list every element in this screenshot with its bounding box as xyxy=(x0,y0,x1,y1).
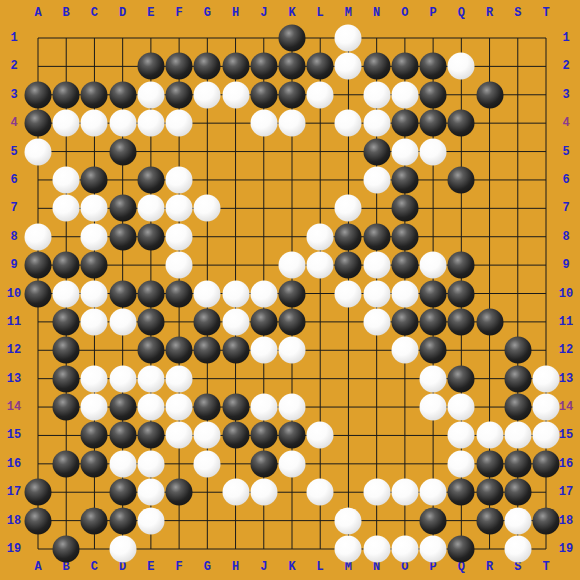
row-label-left-14: 14 xyxy=(7,401,21,413)
white-stone-D13[interactable] xyxy=(109,365,136,392)
white-stone-Q15[interactable] xyxy=(448,422,475,449)
white-stone-J17[interactable] xyxy=(250,479,277,506)
row-label-left-13: 13 xyxy=(7,373,21,385)
black-stone-P18[interactable] xyxy=(420,507,447,534)
black-stone-S12[interactable] xyxy=(504,337,531,364)
row-label-left-4: 4 xyxy=(10,117,17,129)
white-stone-G3[interactable] xyxy=(194,81,221,108)
white-stone-F4[interactable] xyxy=(166,110,193,137)
white-stone-N9[interactable] xyxy=(363,252,390,279)
black-stone-B12[interactable] xyxy=(53,337,80,364)
row-label-left-6: 6 xyxy=(10,174,17,186)
black-stone-K1[interactable] xyxy=(279,25,306,52)
white-stone-G16[interactable] xyxy=(194,450,221,477)
white-stone-H10[interactable] xyxy=(222,280,249,307)
white-stone-J14[interactable] xyxy=(250,394,277,421)
row-label-left-3: 3 xyxy=(10,89,17,101)
white-stone-O12[interactable] xyxy=(391,337,418,364)
white-stone-F14[interactable] xyxy=(166,394,193,421)
white-stone-G15[interactable] xyxy=(194,422,221,449)
row-label-right-15: 15 xyxy=(559,429,573,441)
black-stone-S14[interactable] xyxy=(504,394,531,421)
white-stone-N11[interactable] xyxy=(363,308,390,335)
white-stone-F6[interactable] xyxy=(166,166,193,193)
row-label-right-2: 2 xyxy=(562,60,569,72)
black-stone-Q9[interactable] xyxy=(448,252,475,279)
black-stone-D8[interactable] xyxy=(109,223,136,250)
black-stone-K10[interactable] xyxy=(279,280,306,307)
black-stone-D15[interactable] xyxy=(109,422,136,449)
white-stone-E7[interactable] xyxy=(137,195,164,222)
white-stone-P9[interactable] xyxy=(420,252,447,279)
column-label-top-E: E xyxy=(147,7,154,19)
white-stone-T14[interactable] xyxy=(533,394,560,421)
black-stone-A18[interactable] xyxy=(25,507,52,534)
column-label-bottom-G: G xyxy=(204,561,211,573)
black-stone-F3[interactable] xyxy=(166,81,193,108)
white-stone-E18[interactable] xyxy=(137,507,164,534)
white-stone-C7[interactable] xyxy=(81,195,108,222)
black-stone-E15[interactable] xyxy=(137,422,164,449)
white-stone-M18[interactable] xyxy=(335,507,362,534)
black-stone-A17[interactable] xyxy=(25,479,52,506)
white-stone-N17[interactable] xyxy=(363,479,390,506)
row-label-left-7: 7 xyxy=(10,202,17,214)
black-stone-P3[interactable] xyxy=(420,81,447,108)
white-stone-M19[interactable] xyxy=(335,536,362,563)
black-stone-A9[interactable] xyxy=(25,252,52,279)
black-stone-F17[interactable] xyxy=(166,479,193,506)
black-stone-A4[interactable] xyxy=(25,110,52,137)
black-stone-P12[interactable] xyxy=(420,337,447,364)
black-stone-P4[interactable] xyxy=(420,110,447,137)
white-stone-Q2[interactable] xyxy=(448,53,475,80)
white-stone-F9[interactable] xyxy=(166,252,193,279)
black-stone-C6[interactable] xyxy=(81,166,108,193)
white-stone-N3[interactable] xyxy=(363,81,390,108)
black-stone-G11[interactable] xyxy=(194,308,221,335)
white-stone-M2[interactable] xyxy=(335,53,362,80)
row-label-right-9: 9 xyxy=(562,259,569,271)
white-stone-Q14[interactable] xyxy=(448,394,475,421)
white-stone-C8[interactable] xyxy=(81,223,108,250)
row-label-left-12: 12 xyxy=(7,344,21,356)
white-stone-K4[interactable] xyxy=(279,110,306,137)
row-label-left-10: 10 xyxy=(7,288,21,300)
row-label-left-1: 1 xyxy=(10,32,17,44)
white-stone-M1[interactable] xyxy=(335,25,362,52)
white-stone-K9[interactable] xyxy=(279,252,306,279)
white-stone-F8[interactable] xyxy=(166,223,193,250)
black-stone-B19[interactable] xyxy=(53,536,80,563)
black-stone-Q13[interactable] xyxy=(448,365,475,392)
black-stone-S16[interactable] xyxy=(504,450,531,477)
black-stone-O4[interactable] xyxy=(391,110,418,137)
row-label-left-15: 15 xyxy=(7,429,21,441)
black-stone-A3[interactable] xyxy=(25,81,52,108)
column-label-bottom-A: A xyxy=(34,561,41,573)
black-stone-R16[interactable] xyxy=(476,450,503,477)
white-stone-F7[interactable] xyxy=(166,195,193,222)
row-label-right-11: 11 xyxy=(559,316,573,328)
row-label-left-2: 2 xyxy=(10,60,17,72)
white-stone-J12[interactable] xyxy=(250,337,277,364)
white-stone-T15[interactable] xyxy=(533,422,560,449)
white-stone-D16[interactable] xyxy=(109,450,136,477)
white-stone-P14[interactable] xyxy=(420,394,447,421)
black-stone-J2[interactable] xyxy=(250,53,277,80)
white-stone-Q16[interactable] xyxy=(448,450,475,477)
white-stone-E17[interactable] xyxy=(137,479,164,506)
black-stone-O2[interactable] xyxy=(391,53,418,80)
black-stone-T16[interactable] xyxy=(533,450,560,477)
white-stone-P13[interactable] xyxy=(420,365,447,392)
black-stone-L2[interactable] xyxy=(307,53,334,80)
row-label-left-8: 8 xyxy=(10,231,17,243)
column-label-bottom-N: N xyxy=(373,561,380,573)
column-label-top-M: M xyxy=(345,7,352,19)
row-label-right-12: 12 xyxy=(559,344,573,356)
row-label-right-14: 14 xyxy=(559,401,573,413)
white-stone-C13[interactable] xyxy=(81,365,108,392)
black-stone-E11[interactable] xyxy=(137,308,164,335)
white-stone-S18[interactable] xyxy=(504,507,531,534)
column-label-bottom-Q: Q xyxy=(458,561,465,573)
white-stone-E4[interactable] xyxy=(137,110,164,137)
column-label-bottom-P: P xyxy=(430,561,437,573)
column-label-top-L: L xyxy=(317,7,324,19)
black-stone-B11[interactable] xyxy=(53,308,80,335)
white-stone-K12[interactable] xyxy=(279,337,306,364)
black-stone-D10[interactable] xyxy=(109,280,136,307)
row-label-left-18: 18 xyxy=(7,515,21,527)
column-label-top-S: S xyxy=(514,7,521,19)
black-stone-N5[interactable] xyxy=(363,138,390,165)
black-stone-C9[interactable] xyxy=(81,252,108,279)
white-stone-L17[interactable] xyxy=(307,479,334,506)
black-stone-P11[interactable] xyxy=(420,308,447,335)
white-stone-D19[interactable] xyxy=(109,536,136,563)
black-stone-F2[interactable] xyxy=(166,53,193,80)
black-stone-N8[interactable] xyxy=(363,223,390,250)
white-stone-H3[interactable] xyxy=(222,81,249,108)
white-stone-E13[interactable] xyxy=(137,365,164,392)
white-stone-L9[interactable] xyxy=(307,252,334,279)
column-label-bottom-O: O xyxy=(401,561,408,573)
black-stone-E6[interactable] xyxy=(137,166,164,193)
row-label-right-13: 13 xyxy=(559,373,573,385)
white-stone-B10[interactable] xyxy=(53,280,80,307)
white-stone-F15[interactable] xyxy=(166,422,193,449)
column-label-top-B: B xyxy=(63,7,70,19)
white-stone-S15[interactable] xyxy=(504,422,531,449)
black-stone-O7[interactable] xyxy=(391,195,418,222)
black-stone-J16[interactable] xyxy=(250,450,277,477)
column-label-top-J: J xyxy=(260,7,267,19)
black-stone-M8[interactable] xyxy=(335,223,362,250)
white-stone-K14[interactable] xyxy=(279,394,306,421)
column-label-top-P: P xyxy=(430,7,437,19)
black-stone-H14[interactable] xyxy=(222,394,249,421)
white-stone-G10[interactable] xyxy=(194,280,221,307)
white-stone-O10[interactable] xyxy=(391,280,418,307)
white-stone-M4[interactable] xyxy=(335,110,362,137)
black-stone-D5[interactable] xyxy=(109,138,136,165)
column-label-top-D: D xyxy=(119,7,126,19)
white-stone-A5[interactable] xyxy=(25,138,52,165)
row-label-left-11: 11 xyxy=(7,316,21,328)
black-stone-K2[interactable] xyxy=(279,53,306,80)
black-stone-B14[interactable] xyxy=(53,394,80,421)
black-stone-E12[interactable] xyxy=(137,337,164,364)
white-stone-M7[interactable] xyxy=(335,195,362,222)
column-label-bottom-B: B xyxy=(63,561,70,573)
row-label-right-5: 5 xyxy=(562,146,569,158)
white-stone-C4[interactable] xyxy=(81,110,108,137)
white-stone-H11[interactable] xyxy=(222,308,249,335)
black-stone-B9[interactable] xyxy=(53,252,80,279)
white-stone-L15[interactable] xyxy=(307,422,334,449)
white-stone-E3[interactable] xyxy=(137,81,164,108)
column-label-top-A: A xyxy=(34,7,41,19)
row-label-right-10: 10 xyxy=(559,288,573,300)
column-label-bottom-L: L xyxy=(317,561,324,573)
white-stone-O19[interactable] xyxy=(391,536,418,563)
black-stone-S17[interactable] xyxy=(504,479,531,506)
column-label-bottom-C: C xyxy=(91,561,98,573)
black-stone-H12[interactable] xyxy=(222,337,249,364)
white-stone-J10[interactable] xyxy=(250,280,277,307)
black-stone-M9[interactable] xyxy=(335,252,362,279)
white-stone-P19[interactable] xyxy=(420,536,447,563)
row-label-left-5: 5 xyxy=(10,146,17,158)
black-stone-C16[interactable] xyxy=(81,450,108,477)
row-label-left-17: 17 xyxy=(7,486,21,498)
black-stone-G14[interactable] xyxy=(194,394,221,421)
white-stone-E14[interactable] xyxy=(137,394,164,421)
column-label-bottom-R: R xyxy=(486,561,493,573)
white-stone-P17[interactable] xyxy=(420,479,447,506)
row-label-left-9: 9 xyxy=(10,259,17,271)
black-stone-C18[interactable] xyxy=(81,507,108,534)
black-stone-E2[interactable] xyxy=(137,53,164,80)
white-stone-L3[interactable] xyxy=(307,81,334,108)
row-label-right-3: 3 xyxy=(562,89,569,101)
white-stone-O5[interactable] xyxy=(391,138,418,165)
white-stone-N19[interactable] xyxy=(363,536,390,563)
white-stone-C10[interactable] xyxy=(81,280,108,307)
black-stone-Q10[interactable] xyxy=(448,280,475,307)
column-label-bottom-T: T xyxy=(542,561,549,573)
black-stone-F12[interactable] xyxy=(166,337,193,364)
white-stone-O17[interactable] xyxy=(391,479,418,506)
black-stone-O9[interactable] xyxy=(391,252,418,279)
white-stone-G7[interactable] xyxy=(194,195,221,222)
white-stone-N6[interactable] xyxy=(363,166,390,193)
row-label-right-1: 1 xyxy=(562,32,569,44)
white-stone-C14[interactable] xyxy=(81,394,108,421)
row-label-left-16: 16 xyxy=(7,458,21,470)
column-label-bottom-S: S xyxy=(514,561,521,573)
row-label-left-19: 19 xyxy=(7,543,21,555)
column-label-top-N: N xyxy=(373,7,380,19)
black-stone-P10[interactable] xyxy=(420,280,447,307)
black-stone-K11[interactable] xyxy=(279,308,306,335)
black-stone-J3[interactable] xyxy=(250,81,277,108)
column-label-bottom-F: F xyxy=(176,561,183,573)
black-stone-R18[interactable] xyxy=(476,507,503,534)
column-label-top-Q: Q xyxy=(458,7,465,19)
column-label-top-K: K xyxy=(288,7,295,19)
white-stone-O3[interactable] xyxy=(391,81,418,108)
column-label-top-O: O xyxy=(401,7,408,19)
black-stone-T18[interactable] xyxy=(533,507,560,534)
black-stone-D17[interactable] xyxy=(109,479,136,506)
column-label-bottom-K: K xyxy=(288,561,295,573)
black-stone-H15[interactable] xyxy=(222,422,249,449)
row-label-right-16: 16 xyxy=(559,458,573,470)
column-label-bottom-D: D xyxy=(119,561,126,573)
black-stone-A10[interactable] xyxy=(25,280,52,307)
black-stone-E10[interactable] xyxy=(137,280,164,307)
black-stone-Q19[interactable] xyxy=(448,536,475,563)
black-stone-E8[interactable] xyxy=(137,223,164,250)
black-stone-Q11[interactable] xyxy=(448,308,475,335)
white-stone-N4[interactable] xyxy=(363,110,390,137)
row-label-right-17: 17 xyxy=(559,486,573,498)
column-label-top-H: H xyxy=(232,7,239,19)
black-stone-B16[interactable] xyxy=(53,450,80,477)
white-stone-B6[interactable] xyxy=(53,166,80,193)
black-stone-S13[interactable] xyxy=(504,365,531,392)
white-stone-N10[interactable] xyxy=(363,280,390,307)
black-stone-H2[interactable] xyxy=(222,53,249,80)
white-stone-D11[interactable] xyxy=(109,308,136,335)
go-board: AABBCCDDEEFFGGHHJJKKLLMMNNOOPPQQRRSSTT11… xyxy=(0,0,580,580)
column-label-bottom-E: E xyxy=(147,561,154,573)
black-stone-C3[interactable] xyxy=(81,81,108,108)
white-stone-L8[interactable] xyxy=(307,223,334,250)
black-stone-O8[interactable] xyxy=(391,223,418,250)
white-stone-P5[interactable] xyxy=(420,138,447,165)
black-stone-K15[interactable] xyxy=(279,422,306,449)
black-stone-B13[interactable] xyxy=(53,365,80,392)
column-label-bottom-M: M xyxy=(345,561,352,573)
black-stone-P2[interactable] xyxy=(420,53,447,80)
column-label-top-G: G xyxy=(204,7,211,19)
white-stone-E16[interactable] xyxy=(137,450,164,477)
white-stone-R15[interactable] xyxy=(476,422,503,449)
column-label-top-F: F xyxy=(176,7,183,19)
black-stone-D18[interactable] xyxy=(109,507,136,534)
row-label-right-8: 8 xyxy=(562,231,569,243)
black-stone-R3[interactable] xyxy=(476,81,503,108)
black-stone-N2[interactable] xyxy=(363,53,390,80)
white-stone-B4[interactable] xyxy=(53,110,80,137)
black-stone-B3[interactable] xyxy=(53,81,80,108)
black-stone-G2[interactable] xyxy=(194,53,221,80)
black-stone-D7[interactable] xyxy=(109,195,136,222)
black-stone-R11[interactable] xyxy=(476,308,503,335)
white-stone-M10[interactable] xyxy=(335,280,362,307)
column-label-top-C: C xyxy=(91,7,98,19)
row-label-right-18: 18 xyxy=(559,515,573,527)
white-stone-D4[interactable] xyxy=(109,110,136,137)
black-stone-R17[interactable] xyxy=(476,479,503,506)
column-label-bottom-J: J xyxy=(260,561,267,573)
black-stone-F10[interactable] xyxy=(166,280,193,307)
black-stone-K3[interactable] xyxy=(279,81,306,108)
white-stone-K16[interactable] xyxy=(279,450,306,477)
black-stone-O11[interactable] xyxy=(391,308,418,335)
black-stone-J11[interactable] xyxy=(250,308,277,335)
row-label-right-6: 6 xyxy=(562,174,569,186)
black-stone-O6[interactable] xyxy=(391,166,418,193)
white-stone-J4[interactable] xyxy=(250,110,277,137)
white-stone-T13[interactable] xyxy=(533,365,560,392)
row-label-right-4: 4 xyxy=(562,117,569,129)
black-stone-D14[interactable] xyxy=(109,394,136,421)
white-stone-F13[interactable] xyxy=(166,365,193,392)
row-label-right-19: 19 xyxy=(559,543,573,555)
column-label-top-R: R xyxy=(486,7,493,19)
black-stone-C15[interactable] xyxy=(81,422,108,449)
black-stone-D3[interactable] xyxy=(109,81,136,108)
column-label-top-T: T xyxy=(542,7,549,19)
black-stone-Q4[interactable] xyxy=(448,110,475,137)
white-stone-H17[interactable] xyxy=(222,479,249,506)
black-stone-J15[interactable] xyxy=(250,422,277,449)
black-stone-G12[interactable] xyxy=(194,337,221,364)
row-label-right-7: 7 xyxy=(562,202,569,214)
black-stone-Q17[interactable] xyxy=(448,479,475,506)
white-stone-B7[interactable] xyxy=(53,195,80,222)
white-stone-C11[interactable] xyxy=(81,308,108,335)
column-label-bottom-H: H xyxy=(232,561,239,573)
white-stone-S19[interactable] xyxy=(504,536,531,563)
white-stone-A8[interactable] xyxy=(25,223,52,250)
black-stone-Q6[interactable] xyxy=(448,166,475,193)
